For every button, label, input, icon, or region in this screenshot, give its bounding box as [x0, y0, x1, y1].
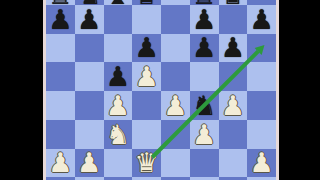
black-queen[interactable]: ♛	[132, 0, 161, 9]
square-g5[interactable]	[219, 62, 248, 91]
black-bishop[interactable]: ♝	[104, 0, 133, 9]
white-pawn[interactable]: ♟	[46, 149, 75, 178]
square-e6[interactable]	[161, 34, 190, 63]
black-pawn[interactable]: ♟	[219, 34, 248, 63]
right-letterbox-bar	[279, 0, 320, 180]
board-frame: ♜♞♝♛♜♚♟♟♟♟♟♟♟♟♟♟♟♞♟♞♟♟♟♛♟	[43, 0, 279, 180]
white-knight[interactable]: ♞	[104, 120, 133, 149]
square-a3[interactable]	[46, 120, 75, 149]
square-e7[interactable]	[161, 5, 190, 34]
square-h3[interactable]	[247, 120, 276, 149]
square-b4[interactable]	[75, 91, 104, 120]
black-pawn[interactable]: ♟	[190, 5, 219, 34]
white-pawn[interactable]: ♟	[132, 62, 161, 91]
square-b3[interactable]	[75, 120, 104, 149]
square-c1[interactable]	[104, 177, 133, 180]
white-pawn[interactable]: ♟	[219, 91, 248, 120]
square-e2[interactable]	[161, 149, 190, 178]
square-e1[interactable]	[161, 177, 190, 180]
square-h4[interactable]	[247, 91, 276, 120]
square-a4[interactable]	[46, 91, 75, 120]
black-pawn[interactable]: ♟	[247, 5, 276, 34]
black-knight[interactable]: ♞	[190, 91, 219, 120]
chess-board[interactable]: ♜♞♝♛♜♚♟♟♟♟♟♟♟♟♟♟♟♞♟♞♟♟♟♛♟	[46, 0, 276, 180]
square-g3[interactable]	[219, 120, 248, 149]
black-king[interactable]: ♚	[219, 0, 248, 9]
square-h6[interactable]	[247, 34, 276, 63]
square-c2[interactable]	[104, 149, 133, 178]
white-pawn[interactable]: ♟	[104, 91, 133, 120]
white-pawn[interactable]: ♟	[190, 120, 219, 149]
black-pawn[interactable]: ♟	[132, 34, 161, 63]
square-h5[interactable]	[247, 62, 276, 91]
square-b6[interactable]	[75, 34, 104, 63]
square-d3[interactable]	[132, 120, 161, 149]
square-g1[interactable]	[219, 177, 248, 180]
square-f1[interactable]	[190, 177, 219, 180]
black-pawn[interactable]: ♟	[46, 5, 75, 34]
white-queen[interactable]: ♛	[132, 149, 161, 178]
square-a5[interactable]	[46, 62, 75, 91]
left-letterbox-bar	[0, 0, 43, 180]
square-a6[interactable]	[46, 34, 75, 63]
square-d4[interactable]	[132, 91, 161, 120]
square-e5[interactable]	[161, 62, 190, 91]
square-c6[interactable]	[104, 34, 133, 63]
square-g2[interactable]	[219, 149, 248, 178]
black-pawn[interactable]: ♟	[75, 5, 104, 34]
square-f2[interactable]	[190, 149, 219, 178]
square-e3[interactable]	[161, 120, 190, 149]
white-pawn[interactable]: ♟	[161, 91, 190, 120]
black-pawn[interactable]: ♟	[104, 62, 133, 91]
square-b5[interactable]	[75, 62, 104, 91]
chess-thumbnail: ♜♞♝♛♜♚♟♟♟♟♟♟♟♟♟♟♟♞♟♞♟♟♟♛♟	[0, 0, 320, 180]
black-pawn[interactable]: ♟	[190, 34, 219, 63]
square-f5[interactable]	[190, 62, 219, 91]
white-pawn[interactable]: ♟	[75, 149, 104, 178]
white-pawn[interactable]: ♟	[247, 149, 276, 178]
